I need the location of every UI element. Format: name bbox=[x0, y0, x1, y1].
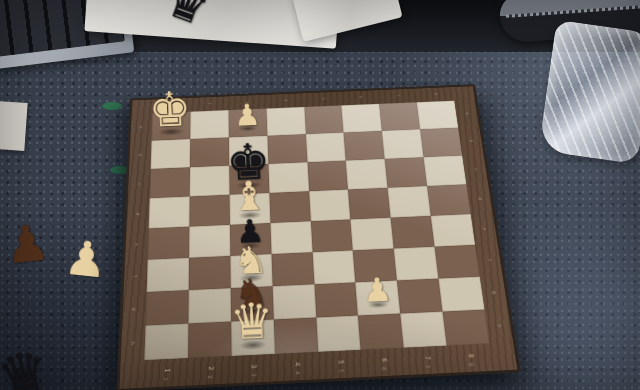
file-label-g: g bbox=[132, 308, 137, 311]
square-h6 bbox=[358, 314, 404, 350]
square-c7 bbox=[385, 157, 427, 188]
square-g2 bbox=[188, 288, 231, 323]
square-c4 bbox=[268, 162, 309, 193]
green-felt-base bbox=[102, 102, 122, 110]
rank-label-1: 1 bbox=[162, 368, 169, 372]
square-d5 bbox=[309, 189, 351, 221]
rank-label-top-5: 5 bbox=[320, 98, 324, 100]
rank-label-top-7: 7 bbox=[395, 95, 399, 97]
square-e8 bbox=[431, 214, 475, 247]
file-label-right-a: a bbox=[465, 112, 470, 114]
square-g6 bbox=[356, 280, 401, 315]
pile-black-bishop-corner: ♝ bbox=[41, 383, 84, 390]
square-a2 bbox=[190, 110, 229, 139]
square-h3 bbox=[231, 320, 275, 357]
square-e4 bbox=[270, 221, 312, 254]
square-b3 bbox=[229, 136, 268, 166]
rank-label-outer-1: 1 bbox=[163, 377, 169, 381]
square-a8 bbox=[417, 101, 458, 130]
file-label-e: e bbox=[134, 243, 139, 246]
square-g4 bbox=[272, 284, 316, 319]
square-f8 bbox=[435, 245, 480, 279]
square-e6 bbox=[351, 218, 394, 251]
square-e7 bbox=[391, 216, 435, 249]
rank-label-outer-4: 4 bbox=[294, 371, 300, 375]
square-a4 bbox=[266, 107, 305, 136]
square-d3 bbox=[229, 193, 270, 225]
offboard-black-pawn-2: ♟ bbox=[392, 0, 467, 74]
rank-label-top-3: 3 bbox=[245, 101, 249, 103]
pile-cream-pawn-standing: ♟ bbox=[59, 235, 110, 319]
rank-label-8: 8 bbox=[466, 354, 473, 358]
rank-label-outer-5: 5 bbox=[338, 369, 344, 373]
rank-label-top-1: 1 bbox=[170, 104, 174, 106]
rank-label-top-4: 4 bbox=[283, 99, 287, 101]
square-h1 bbox=[144, 324, 188, 361]
square-b5 bbox=[305, 133, 346, 163]
square-c5 bbox=[307, 161, 348, 192]
rank-label-outer-2: 2 bbox=[207, 375, 213, 379]
square-c2 bbox=[190, 166, 230, 197]
square-f7 bbox=[394, 247, 439, 281]
rank-label-top-6: 6 bbox=[358, 96, 362, 98]
square-h7 bbox=[400, 312, 446, 348]
square-d6 bbox=[348, 188, 391, 220]
pile-black-pawn-felt: ♟ bbox=[56, 0, 129, 133]
offboard-black-pawn-3: ♟ bbox=[461, 0, 536, 70]
square-f1 bbox=[147, 258, 189, 292]
square-b1 bbox=[151, 139, 191, 169]
rank-label-outer-8: 8 bbox=[468, 363, 474, 367]
pile-black-pawn-2: ♟ bbox=[0, 0, 31, 123]
square-d1 bbox=[149, 196, 190, 228]
rank-label-7: 7 bbox=[423, 356, 430, 360]
rank-label-2: 2 bbox=[206, 366, 213, 370]
square-a5 bbox=[304, 105, 344, 134]
square-c1 bbox=[150, 167, 190, 198]
square-b4 bbox=[267, 134, 307, 164]
rank-label-3: 3 bbox=[250, 364, 257, 368]
pile-cream-pawn-edge: ♟ bbox=[0, 172, 14, 227]
pile-cream-pawn-lying: ♟ bbox=[0, 65, 89, 169]
file-label-right-b: b bbox=[469, 140, 474, 142]
file-label-f: f bbox=[133, 275, 138, 277]
rank-label-outer-3: 3 bbox=[250, 373, 256, 377]
board-playing-area: 12345678 12345678 12345678 abcdefgh abcd… bbox=[144, 101, 489, 361]
square-e3 bbox=[230, 223, 271, 256]
file-label-right-g: g bbox=[492, 291, 497, 294]
file-label-h: h bbox=[130, 342, 135, 345]
square-f6 bbox=[353, 249, 397, 283]
file-label-d: d bbox=[135, 212, 140, 215]
square-c3 bbox=[229, 164, 269, 195]
square-f4 bbox=[271, 252, 314, 286]
pile-cream-rook: ♜ bbox=[0, 0, 77, 143]
file-label-c: c bbox=[137, 183, 142, 185]
file-labels-left: abcdefgh bbox=[131, 114, 143, 361]
file-label-right-d: d bbox=[477, 197, 482, 200]
rank-label-top-8: 8 bbox=[433, 93, 437, 95]
square-g7 bbox=[397, 279, 443, 314]
square-d8 bbox=[427, 184, 471, 216]
square-a6 bbox=[342, 104, 382, 133]
square-f2 bbox=[189, 256, 231, 290]
rank-label-6: 6 bbox=[380, 358, 387, 362]
pile-brown-pawn-standing: ♟ bbox=[3, 219, 57, 311]
rank-label-5: 5 bbox=[337, 360, 344, 364]
pile-black-queen-corner: ♛ bbox=[0, 343, 47, 375]
square-f5 bbox=[312, 250, 355, 284]
square-a1 bbox=[152, 112, 191, 141]
square-d7 bbox=[388, 186, 431, 218]
offboard-black-queen-behind-a3: ♛ bbox=[225, 0, 283, 83]
square-e2 bbox=[189, 225, 230, 258]
offboard-black-pawn-1: ♟ bbox=[308, 0, 373, 77]
square-a3 bbox=[228, 109, 267, 138]
square-e1 bbox=[148, 227, 190, 260]
file-label-right-e: e bbox=[482, 227, 487, 230]
square-h2 bbox=[188, 321, 231, 358]
photo-scene: ♛♟♛♟♟♝♟♟♜♟♟♝♛♚♟♟♟♛♝♟ 12345678 12345678 1… bbox=[0, 0, 640, 390]
file-label-right-f: f bbox=[487, 259, 492, 261]
rank-label-outer-6: 6 bbox=[381, 367, 387, 371]
square-g8 bbox=[439, 277, 485, 312]
offboard-black-queen-2: ♛ bbox=[374, 0, 440, 80]
pile-cream-pawn-2: ♟ bbox=[14, 0, 101, 150]
file-label-right-h: h bbox=[497, 324, 502, 327]
square-b8 bbox=[420, 128, 462, 158]
rank-label-top-2: 2 bbox=[207, 102, 211, 104]
square-g5 bbox=[314, 282, 358, 317]
square-c6 bbox=[346, 159, 388, 190]
square-g1 bbox=[146, 290, 189, 325]
chess-board: 12345678 12345678 12345678 abcdefgh abcd… bbox=[116, 84, 520, 390]
file-label-a: a bbox=[139, 126, 143, 128]
square-b2 bbox=[190, 137, 229, 167]
square-b6 bbox=[344, 131, 385, 161]
square-h4 bbox=[273, 318, 317, 354]
rank-label-4: 4 bbox=[293, 362, 300, 366]
rank-label-outer-7: 7 bbox=[424, 365, 430, 369]
board-grid bbox=[144, 101, 489, 361]
square-d2 bbox=[189, 195, 229, 227]
square-h5 bbox=[316, 316, 361, 352]
square-g3 bbox=[230, 286, 273, 321]
file-label-right-c: c bbox=[473, 168, 478, 170]
square-h8 bbox=[443, 310, 490, 346]
square-c8 bbox=[424, 156, 467, 187]
square-e5 bbox=[310, 219, 353, 252]
file-label-b: b bbox=[138, 154, 143, 157]
square-d4 bbox=[269, 191, 310, 223]
square-f3 bbox=[230, 254, 272, 288]
square-b7 bbox=[382, 129, 424, 159]
square-a7 bbox=[379, 102, 420, 131]
pile-cream-king-lying: ♚ bbox=[0, 199, 78, 269]
